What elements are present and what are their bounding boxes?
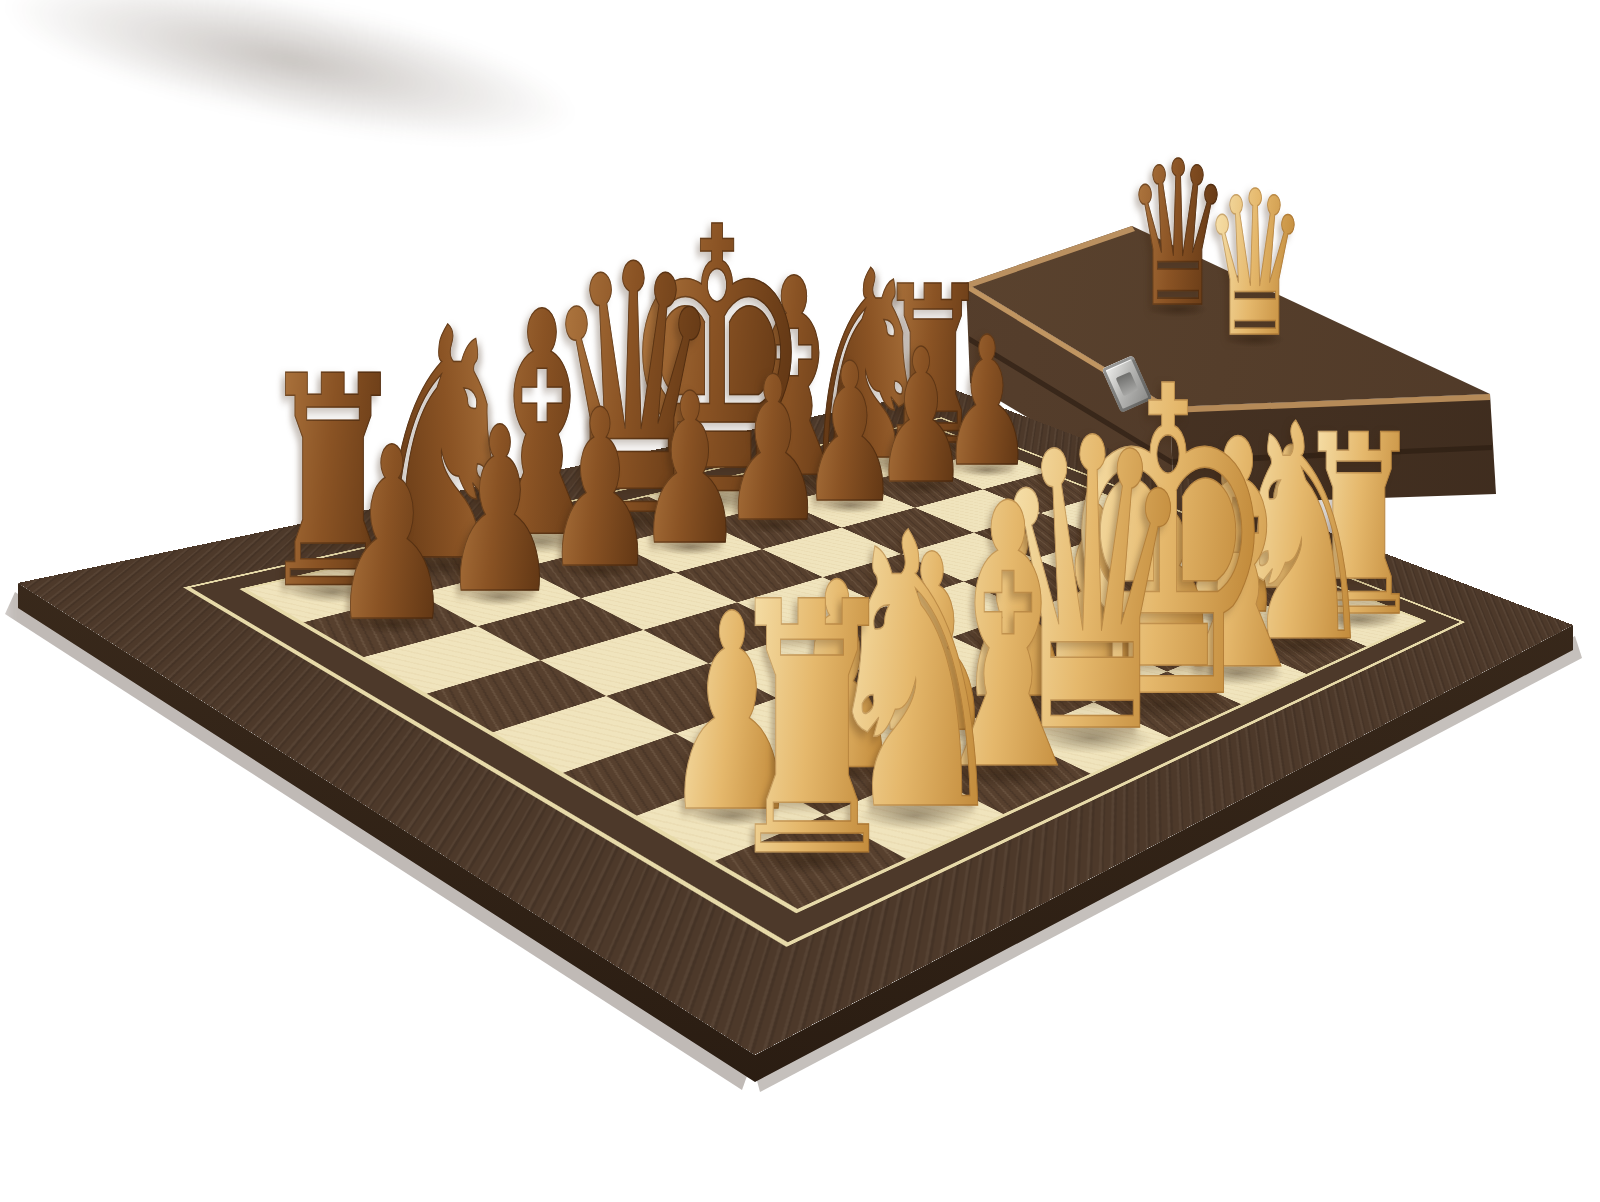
chess-set-product-photo: ♛♛ ♜♞♟♝♟♚♟♛♟♝♟♞♟♜♟♟♟♜♟♟♞♟♝♟♚♟♛♟♝♞♟♜ — [0, 0, 1600, 1202]
board-playing-area — [247, 430, 1422, 909]
box-ground-shadow — [0, 0, 586, 174]
